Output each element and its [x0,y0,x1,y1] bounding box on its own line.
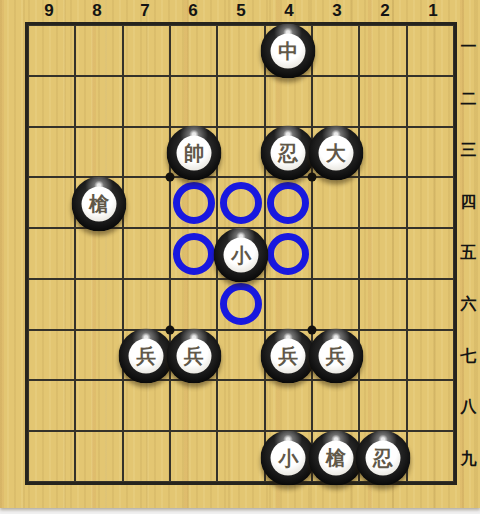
board: 中帥忍大槍小兵兵兵兵小槍忍 [25,22,457,485]
piece-kanji: 大 [318,136,353,171]
rank-label: 八 [457,382,480,433]
rank-label: 九 [457,434,480,485]
file-label: 2 [361,0,409,22]
gungi-board-screen: 987654321 一二三四五六七八九 中帥忍大槍小兵兵兵兵小槍忍 [0,0,480,514]
piece[interactable]: 兵 [308,329,363,384]
file-label: 5 [217,0,265,22]
piece[interactable]: 大 [308,126,363,181]
piece[interactable]: 忍 [356,430,411,485]
file-label: 3 [313,0,361,22]
rank-label: 六 [457,279,480,330]
rank-label: 二 [457,73,480,124]
piece-kanji: 忍 [366,440,401,475]
file-label: 7 [121,0,169,22]
piece-kanji: 小 [271,440,306,475]
piece-kanji: 中 [271,34,306,69]
piece-kanji: 兵 [176,339,211,374]
rank-label: 一 [457,22,480,73]
piece-kanji: 槍 [81,186,116,221]
piece-kanji: 帥 [176,136,211,171]
rank-label: 三 [457,125,480,176]
file-label: 6 [169,0,217,22]
rank-label: 四 [457,176,480,227]
piece-kanji: 槍 [318,440,353,475]
piece[interactable]: 兵 [166,329,221,384]
piece-kanji: 兵 [271,339,306,374]
piece-kanji: 兵 [129,339,164,374]
piece-kanji: 小 [224,237,259,272]
piece-kanji: 兵 [318,339,353,374]
piece[interactable]: 中 [261,24,316,79]
piece[interactable]: 槍 [71,176,126,231]
rank-labels: 一二三四五六七八九 [457,22,480,485]
file-label: 4 [265,0,313,22]
file-label: 1 [409,0,457,22]
file-label: 8 [73,0,121,22]
piece-kanji: 忍 [271,136,306,171]
selected-piece[interactable]: 小 [214,227,269,282]
piece-layer: 中帥忍大槍小兵兵兵兵小槍忍 [28,25,454,482]
rank-label: 五 [457,228,480,279]
file-labels: 987654321 [25,0,457,22]
piece[interactable]: 帥 [166,126,221,181]
rank-label: 七 [457,331,480,382]
file-label: 9 [25,0,73,22]
